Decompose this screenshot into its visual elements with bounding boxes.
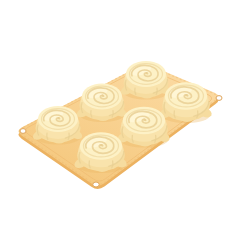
hanging-hole-left	[20, 129, 26, 134]
hanging-hole-bottom	[93, 182, 99, 187]
rose-cavity-back-right	[119, 61, 171, 100]
hanging-hole-right	[216, 96, 222, 101]
silicone-rose-mold-photo	[0, 0, 240, 240]
product-photo-stage	[0, 0, 240, 240]
